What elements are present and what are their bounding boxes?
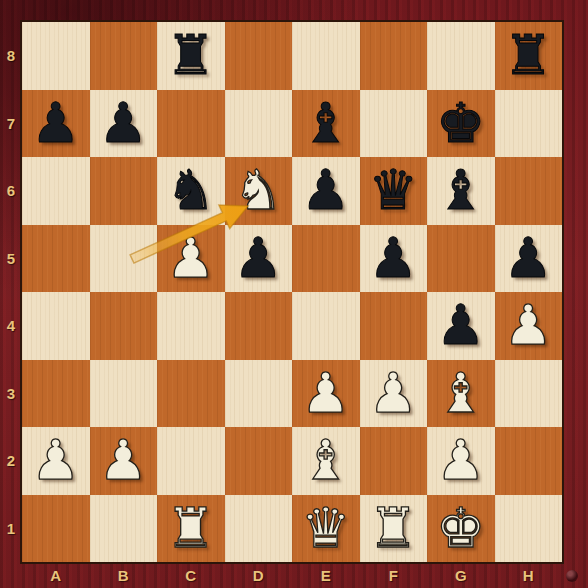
frame-corner-dot bbox=[566, 570, 578, 582]
square-c4[interactable] bbox=[157, 292, 225, 360]
white-queen[interactable]: ♛ bbox=[301, 501, 350, 556]
square-h4[interactable]: ♟ bbox=[495, 292, 563, 360]
black-rook[interactable]: ♜ bbox=[166, 28, 215, 83]
square-a4[interactable] bbox=[22, 292, 90, 360]
square-c8[interactable]: ♜ bbox=[157, 22, 225, 90]
white-pawn[interactable]: ♟ bbox=[31, 433, 80, 488]
black-pawn[interactable]: ♟ bbox=[99, 96, 148, 151]
square-h7[interactable] bbox=[495, 90, 563, 158]
square-g6[interactable]: ♝ bbox=[427, 157, 495, 225]
file-label-f: F bbox=[360, 562, 428, 588]
file-label-g: G bbox=[427, 562, 495, 588]
square-f3[interactable]: ♟ bbox=[360, 360, 428, 428]
black-knight[interactable]: ♞ bbox=[166, 163, 215, 218]
white-pawn[interactable]: ♟ bbox=[504, 298, 553, 353]
black-pawn[interactable]: ♟ bbox=[436, 298, 485, 353]
square-e8[interactable] bbox=[292, 22, 360, 90]
square-b1[interactable] bbox=[90, 495, 158, 563]
black-pawn[interactable]: ♟ bbox=[504, 231, 553, 286]
black-pawn[interactable]: ♟ bbox=[301, 163, 350, 218]
square-c6[interactable]: ♞ bbox=[157, 157, 225, 225]
file-label-b: B bbox=[90, 562, 158, 588]
file-label-a: A bbox=[22, 562, 90, 588]
square-e1[interactable]: ♛ bbox=[292, 495, 360, 563]
white-knight[interactable]: ♞ bbox=[234, 163, 283, 218]
square-a1[interactable] bbox=[22, 495, 90, 563]
square-d6[interactable]: ♞ bbox=[225, 157, 293, 225]
square-d3[interactable] bbox=[225, 360, 293, 428]
square-d7[interactable] bbox=[225, 90, 293, 158]
square-g4[interactable]: ♟ bbox=[427, 292, 495, 360]
square-e2[interactable]: ♝ bbox=[292, 427, 360, 495]
square-a8[interactable] bbox=[22, 22, 90, 90]
file-label-e: E bbox=[292, 562, 360, 588]
square-b4[interactable] bbox=[90, 292, 158, 360]
square-g1[interactable]: ♚ bbox=[427, 495, 495, 563]
square-d5[interactable]: ♟ bbox=[225, 225, 293, 293]
square-f7[interactable] bbox=[360, 90, 428, 158]
black-pawn[interactable]: ♟ bbox=[369, 231, 418, 286]
chess-board: ♜♜♟♟♝♚♞♞♟♛♝♟♟♟♟♟♟♟♟♝♟♟♝♟♜♛♜♚ bbox=[22, 22, 562, 562]
black-pawn[interactable]: ♟ bbox=[234, 231, 283, 286]
square-c3[interactable] bbox=[157, 360, 225, 428]
rank-label-4: 4 bbox=[0, 292, 22, 360]
square-b6[interactable] bbox=[90, 157, 158, 225]
black-rook[interactable]: ♜ bbox=[504, 28, 553, 83]
square-g7[interactable]: ♚ bbox=[427, 90, 495, 158]
square-h3[interactable] bbox=[495, 360, 563, 428]
square-f2[interactable] bbox=[360, 427, 428, 495]
square-b3[interactable] bbox=[90, 360, 158, 428]
square-d4[interactable] bbox=[225, 292, 293, 360]
square-g3[interactable]: ♝ bbox=[427, 360, 495, 428]
white-bishop[interactable]: ♝ bbox=[301, 433, 350, 488]
square-h6[interactable] bbox=[495, 157, 563, 225]
square-c7[interactable] bbox=[157, 90, 225, 158]
square-f8[interactable] bbox=[360, 22, 428, 90]
square-g2[interactable]: ♟ bbox=[427, 427, 495, 495]
white-pawn[interactable]: ♟ bbox=[436, 433, 485, 488]
square-a3[interactable] bbox=[22, 360, 90, 428]
white-pawn[interactable]: ♟ bbox=[369, 366, 418, 421]
file-label-c: C bbox=[157, 562, 225, 588]
square-g8[interactable] bbox=[427, 22, 495, 90]
square-e5[interactable] bbox=[292, 225, 360, 293]
square-e4[interactable] bbox=[292, 292, 360, 360]
square-b8[interactable] bbox=[90, 22, 158, 90]
square-d1[interactable] bbox=[225, 495, 293, 563]
white-pawn[interactable]: ♟ bbox=[166, 231, 215, 286]
black-bishop[interactable]: ♝ bbox=[301, 96, 350, 151]
square-a6[interactable] bbox=[22, 157, 90, 225]
square-h2[interactable] bbox=[495, 427, 563, 495]
square-d2[interactable] bbox=[225, 427, 293, 495]
rank-label-7: 7 bbox=[0, 90, 22, 158]
square-h8[interactable]: ♜ bbox=[495, 22, 563, 90]
square-a5[interactable] bbox=[22, 225, 90, 293]
white-pawn[interactable]: ♟ bbox=[99, 433, 148, 488]
square-a2[interactable]: ♟ bbox=[22, 427, 90, 495]
square-e7[interactable]: ♝ bbox=[292, 90, 360, 158]
square-e6[interactable]: ♟ bbox=[292, 157, 360, 225]
rank-label-6: 6 bbox=[0, 157, 22, 225]
white-king[interactable]: ♚ bbox=[436, 501, 485, 556]
rank-label-5: 5 bbox=[0, 225, 22, 293]
square-e3[interactable]: ♟ bbox=[292, 360, 360, 428]
black-queen[interactable]: ♛ bbox=[369, 163, 418, 218]
file-label-h: H bbox=[495, 562, 563, 588]
file-label-d: D bbox=[225, 562, 293, 588]
square-f4[interactable] bbox=[360, 292, 428, 360]
square-c1[interactable]: ♜ bbox=[157, 495, 225, 563]
rank-label-1: 1 bbox=[0, 495, 22, 563]
square-b7[interactable]: ♟ bbox=[90, 90, 158, 158]
square-h1[interactable] bbox=[495, 495, 563, 563]
white-pawn[interactable]: ♟ bbox=[301, 366, 350, 421]
square-f1[interactable]: ♜ bbox=[360, 495, 428, 563]
square-a7[interactable]: ♟ bbox=[22, 90, 90, 158]
black-pawn[interactable]: ♟ bbox=[31, 96, 80, 151]
white-rook[interactable]: ♜ bbox=[166, 501, 215, 556]
square-d8[interactable] bbox=[225, 22, 293, 90]
square-b2[interactable]: ♟ bbox=[90, 427, 158, 495]
black-bishop[interactable]: ♝ bbox=[436, 163, 485, 218]
square-f5[interactable]: ♟ bbox=[360, 225, 428, 293]
square-c2[interactable] bbox=[157, 427, 225, 495]
square-c5[interactable]: ♟ bbox=[157, 225, 225, 293]
black-king[interactable]: ♚ bbox=[436, 96, 485, 151]
square-f6[interactable]: ♛ bbox=[360, 157, 428, 225]
square-h5[interactable]: ♟ bbox=[495, 225, 563, 293]
rank-label-3: 3 bbox=[0, 360, 22, 428]
rank-label-2: 2 bbox=[0, 427, 22, 495]
square-g5[interactable] bbox=[427, 225, 495, 293]
white-bishop[interactable]: ♝ bbox=[436, 366, 485, 421]
white-rook[interactable]: ♜ bbox=[369, 501, 418, 556]
chess-diagram: ♜♜♟♟♝♚♞♞♟♛♝♟♟♟♟♟♟♟♟♝♟♟♝♟♜♛♜♚ 87654321ABC… bbox=[0, 0, 588, 588]
square-b5[interactable] bbox=[90, 225, 158, 293]
rank-label-8: 8 bbox=[0, 22, 22, 90]
